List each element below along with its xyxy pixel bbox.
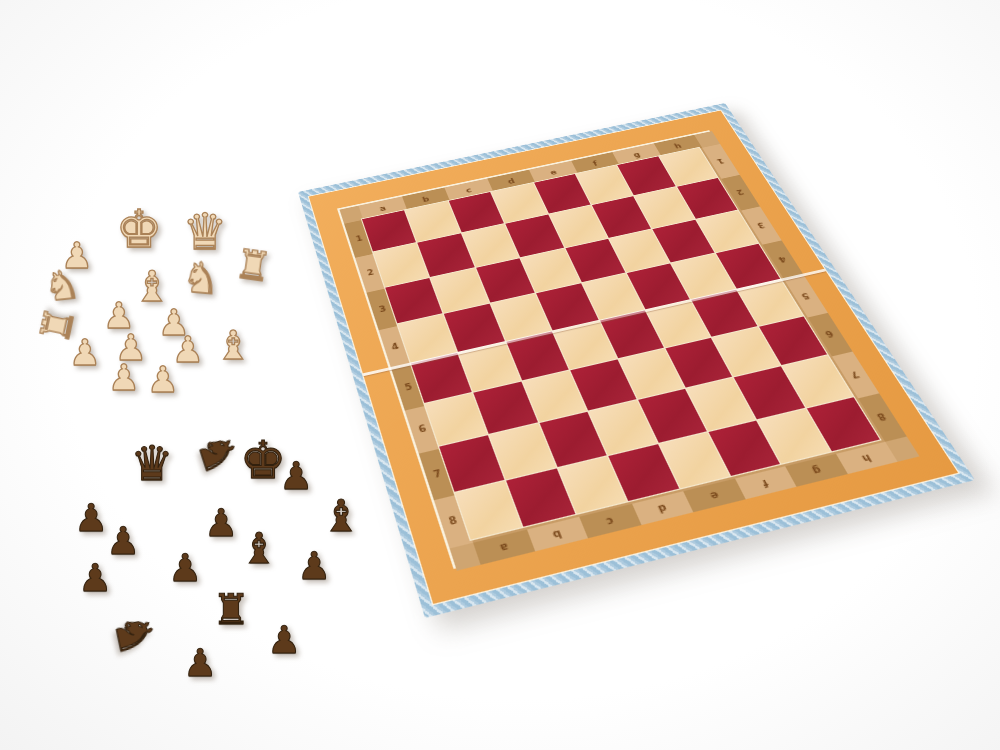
light-knight[interactable]: ♞ bbox=[42, 263, 82, 307]
light-rook[interactable]: ♜ bbox=[232, 243, 273, 288]
piece-layer: ♚♛♜♟♞♜♟♝♞♟♟♟♟♝♟♟♛♞♚♟♝♟♟♟♟♝♟♟♞♜♟♟ bbox=[0, 0, 1000, 750]
dark-bishop[interactable]: ♝ bbox=[240, 528, 278, 570]
light-pawn[interactable]: ♟ bbox=[108, 360, 140, 396]
dark-pawn[interactable]: ♟ bbox=[204, 504, 238, 542]
light-queen[interactable]: ♛ bbox=[183, 207, 228, 257]
dark-pawn[interactable]: ♟ bbox=[78, 559, 112, 597]
light-bishop[interactable]: ♝ bbox=[215, 325, 251, 365]
dark-knight[interactable]: ♞ bbox=[190, 427, 246, 480]
dark-queen[interactable]: ♛ bbox=[130, 439, 173, 487]
dark-pawn[interactable]: ♟ bbox=[168, 549, 202, 587]
dark-pawn[interactable]: ♟ bbox=[267, 621, 301, 659]
light-bishop[interactable]: ♝ bbox=[133, 266, 171, 308]
dark-pawn[interactable]: ♟ bbox=[74, 499, 108, 537]
light-king[interactable]: ♚ bbox=[116, 203, 163, 255]
dark-pawn[interactable]: ♟ bbox=[183, 644, 217, 682]
light-pawn[interactable]: ♟ bbox=[69, 335, 101, 371]
dark-bishop[interactable]: ♝ bbox=[321, 494, 360, 538]
dark-rook[interactable]: ♜ bbox=[212, 589, 250, 631]
dark-pawn[interactable]: ♟ bbox=[279, 457, 313, 495]
dark-pawn[interactable]: ♟ bbox=[297, 547, 331, 585]
photo-stage: aa11bb22cc33dd44ee55ff66gg77hh88 ♚♛♜♟♞♜♟… bbox=[0, 0, 1000, 750]
dark-knight[interactable]: ♞ bbox=[107, 609, 163, 661]
light-pawn[interactable]: ♟ bbox=[147, 362, 179, 398]
light-knight[interactable]: ♞ bbox=[180, 256, 221, 301]
dark-pawn[interactable]: ♟ bbox=[106, 522, 140, 560]
